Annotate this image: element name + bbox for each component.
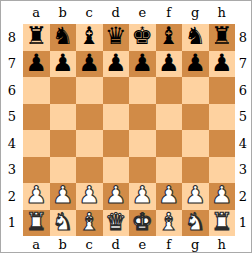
- piece-black-pawn[interactable]: ♟: [52, 51, 74, 75]
- piece-white-pawn[interactable]: ♟: [211, 183, 233, 207]
- square-d4[interactable]: [103, 130, 130, 157]
- square-f2[interactable]: ♟: [156, 183, 183, 210]
- square-d7[interactable]: ♟: [103, 51, 130, 78]
- square-d5[interactable]: [103, 104, 130, 131]
- piece-black-pawn[interactable]: ♟: [184, 51, 206, 75]
- square-h7[interactable]: ♟: [209, 51, 236, 78]
- file-label-top-g: g: [182, 1, 209, 24]
- piece-black-knight[interactable]: ♞: [184, 24, 206, 48]
- rank-label-left-7: 7: [1, 51, 23, 78]
- rank-label-right-4: 4: [235, 130, 251, 157]
- piece-white-knight[interactable]: ♞: [184, 210, 206, 234]
- square-h5[interactable]: [209, 104, 236, 131]
- file-label-bottom-g: g: [182, 236, 209, 252]
- rank-label-right-7: 7: [235, 51, 251, 78]
- square-a4[interactable]: [23, 130, 50, 157]
- file-label-bottom-b: b: [50, 236, 77, 252]
- piece-black-pawn[interactable]: ♟: [78, 51, 100, 75]
- file-label-bottom-e: e: [129, 236, 156, 252]
- file-label-top-d: d: [103, 1, 130, 24]
- piece-black-pawn[interactable]: ♟: [25, 51, 47, 75]
- piece-black-rook[interactable]: ♜: [25, 24, 47, 48]
- square-h8[interactable]: ♜: [209, 24, 236, 51]
- piece-white-pawn[interactable]: ♟: [131, 183, 153, 207]
- square-b1[interactable]: ♞: [50, 210, 77, 237]
- piece-white-bishop[interactable]: ♝: [158, 210, 180, 234]
- square-f4[interactable]: [156, 130, 183, 157]
- square-g7[interactable]: ♟: [182, 51, 209, 78]
- square-b2[interactable]: ♟: [50, 183, 77, 210]
- square-e8[interactable]: ♚: [129, 24, 156, 51]
- chess-board-frame: aabbccddeeffgghh8877665544332211♜♞♝♛♚♝♞♜…: [0, 0, 252, 253]
- file-label-top-f: f: [156, 1, 183, 24]
- square-e2[interactable]: ♟: [129, 183, 156, 210]
- rank-label-right-5: 5: [235, 104, 251, 131]
- square-b6[interactable]: [50, 77, 77, 104]
- rank-label-left-1: 1: [1, 210, 23, 237]
- square-b7[interactable]: ♟: [50, 51, 77, 78]
- board-grid: aabbccddeeffgghh8877665544332211♜♞♝♛♚♝♞♜…: [1, 1, 251, 252]
- piece-black-pawn[interactable]: ♟: [211, 51, 233, 75]
- rank-label-right-6: 6: [235, 77, 251, 104]
- square-c5[interactable]: [76, 104, 103, 131]
- square-d2[interactable]: ♟: [103, 183, 130, 210]
- square-h4[interactable]: [209, 130, 236, 157]
- square-g4[interactable]: [182, 130, 209, 157]
- piece-white-pawn[interactable]: ♟: [105, 183, 127, 207]
- file-label-bottom-a: a: [23, 236, 50, 252]
- square-f1[interactable]: ♝: [156, 210, 183, 237]
- square-d3[interactable]: [103, 157, 130, 184]
- square-g1[interactable]: ♞: [182, 210, 209, 237]
- piece-black-knight[interactable]: ♞: [52, 24, 74, 48]
- rank-label-left-4: 4: [1, 130, 23, 157]
- square-b8[interactable]: ♞: [50, 24, 77, 51]
- square-e3[interactable]: [129, 157, 156, 184]
- piece-black-pawn[interactable]: ♟: [105, 51, 127, 75]
- square-g6[interactable]: [182, 77, 209, 104]
- square-f8[interactable]: ♝: [156, 24, 183, 51]
- square-c7[interactable]: ♟: [76, 51, 103, 78]
- file-label-top-h: h: [209, 1, 236, 24]
- piece-white-knight[interactable]: ♞: [52, 210, 74, 234]
- piece-black-bishop[interactable]: ♝: [78, 24, 100, 48]
- piece-white-pawn[interactable]: ♟: [158, 183, 180, 207]
- square-c6[interactable]: [76, 77, 103, 104]
- rank-label-left-5: 5: [1, 104, 23, 131]
- piece-black-queen[interactable]: ♛: [105, 24, 127, 48]
- square-e1[interactable]: ♚: [129, 210, 156, 237]
- square-c4[interactable]: [76, 130, 103, 157]
- square-a8[interactable]: ♜: [23, 24, 50, 51]
- square-d6[interactable]: [103, 77, 130, 104]
- square-h6[interactable]: [209, 77, 236, 104]
- square-d8[interactable]: ♛: [103, 24, 130, 51]
- rank-label-right-3: 3: [235, 157, 251, 184]
- rank-label-left-2: 2: [1, 183, 23, 210]
- square-b4[interactable]: [50, 130, 77, 157]
- file-label-top-e: e: [129, 1, 156, 24]
- rank-label-left-6: 6: [1, 77, 23, 104]
- square-e4[interactable]: [129, 130, 156, 157]
- square-f5[interactable]: [156, 104, 183, 131]
- file-label-top-b: b: [50, 1, 77, 24]
- square-h1[interactable]: ♜: [209, 210, 236, 237]
- square-f7[interactable]: ♟: [156, 51, 183, 78]
- piece-white-pawn[interactable]: ♟: [52, 183, 74, 207]
- square-a1[interactable]: ♜: [23, 210, 50, 237]
- square-c2[interactable]: ♟: [76, 183, 103, 210]
- piece-white-pawn[interactable]: ♟: [184, 183, 206, 207]
- piece-black-bishop[interactable]: ♝: [158, 24, 180, 48]
- piece-black-rook[interactable]: ♜: [211, 24, 233, 48]
- file-label-bottom-c: c: [76, 236, 103, 252]
- square-h2[interactable]: ♟: [209, 183, 236, 210]
- piece-white-queen[interactable]: ♛: [105, 210, 127, 234]
- file-label-bottom-d: d: [103, 236, 130, 252]
- rank-label-right-1: 1: [235, 210, 251, 237]
- square-a6[interactable]: [23, 77, 50, 104]
- square-f3[interactable]: [156, 157, 183, 184]
- rank-label-right-8: 8: [235, 24, 251, 51]
- square-b5[interactable]: [50, 104, 77, 131]
- square-c1[interactable]: ♝: [76, 210, 103, 237]
- square-h3[interactable]: [209, 157, 236, 184]
- square-g3[interactable]: [182, 157, 209, 184]
- file-label-top-c: c: [76, 1, 103, 24]
- file-label-bottom-f: f: [156, 236, 183, 252]
- piece-white-king[interactable]: ♚: [131, 210, 153, 234]
- rank-label-right-2: 2: [235, 183, 251, 210]
- square-c3[interactable]: [76, 157, 103, 184]
- square-a7[interactable]: ♟: [23, 51, 50, 78]
- file-label-top-a: a: [23, 1, 50, 24]
- piece-white-pawn[interactable]: ♟: [78, 183, 100, 207]
- square-c8[interactable]: ♝: [76, 24, 103, 51]
- piece-white-rook[interactable]: ♜: [211, 210, 233, 234]
- square-g2[interactable]: ♟: [182, 183, 209, 210]
- square-e6[interactable]: [129, 77, 156, 104]
- square-f6[interactable]: [156, 77, 183, 104]
- piece-white-pawn[interactable]: ♟: [25, 183, 47, 207]
- piece-black-king[interactable]: ♚: [131, 24, 153, 48]
- piece-black-pawn[interactable]: ♟: [158, 51, 180, 75]
- file-label-bottom-h: h: [209, 236, 236, 252]
- rank-label-left-8: 8: [1, 24, 23, 51]
- piece-white-rook[interactable]: ♜: [25, 210, 47, 234]
- square-a5[interactable]: [23, 104, 50, 131]
- square-a3[interactable]: [23, 157, 50, 184]
- piece-black-pawn[interactable]: ♟: [131, 51, 153, 75]
- square-d1[interactable]: ♛: [103, 210, 130, 237]
- square-g5[interactable]: [182, 104, 209, 131]
- square-g8[interactable]: ♞: [182, 24, 209, 51]
- rank-label-left-3: 3: [1, 157, 23, 184]
- square-e5[interactable]: [129, 104, 156, 131]
- piece-white-bishop[interactable]: ♝: [78, 210, 100, 234]
- square-e7[interactable]: ♟: [129, 51, 156, 78]
- square-b3[interactable]: [50, 157, 77, 184]
- square-a2[interactable]: ♟: [23, 183, 50, 210]
